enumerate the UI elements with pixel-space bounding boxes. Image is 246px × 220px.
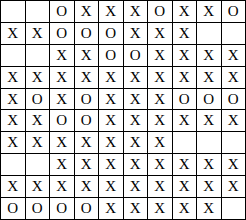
cell-r3c6-o-mark[interactable]: O	[124, 45, 148, 66]
cell-r2c3-o-mark[interactable]: O	[50, 23, 74, 44]
cell-r5c9-o-mark[interactable]: O	[197, 89, 221, 110]
cell-r1c8-x-mark[interactable]: X	[173, 1, 197, 22]
cell-r1c2-empty[interactable]	[26, 1, 50, 22]
cell-r6c1-x-mark[interactable]: X	[1, 110, 25, 131]
cell-r1c6-x-mark[interactable]: X	[124, 1, 148, 22]
cell-r6c6-x-mark[interactable]: X	[124, 110, 148, 131]
cell-r8c1-empty[interactable]	[1, 154, 25, 175]
cell-r6c10-x-mark[interactable]: X	[222, 110, 246, 131]
cell-r8c8-x-mark[interactable]: X	[173, 154, 197, 175]
cell-r5c10-o-mark[interactable]: O	[222, 89, 246, 110]
cell-r7c5-x-mark[interactable]: X	[99, 132, 123, 153]
cell-r7c7-x-mark[interactable]: X	[148, 132, 172, 153]
cell-r1c10-o-mark[interactable]: O	[222, 1, 246, 22]
cell-r2c1-x-mark[interactable]: X	[1, 23, 25, 44]
cell-r8c2-empty[interactable]	[26, 154, 50, 175]
cell-r10c10-empty[interactable]	[222, 198, 246, 219]
cell-r10c5-x-mark[interactable]: X	[99, 198, 123, 219]
cell-r2c4-o-mark[interactable]: O	[75, 23, 99, 44]
cell-r1c7-o-mark[interactable]: O	[148, 1, 172, 22]
cell-r7c1-x-mark[interactable]: X	[1, 132, 25, 153]
cell-r10c1-o-mark[interactable]: O	[1, 198, 25, 219]
cell-r1c3-o-mark[interactable]: O	[50, 1, 74, 22]
cell-r7c8-empty[interactable]	[173, 132, 197, 153]
cell-r8c6-x-mark[interactable]: X	[124, 154, 148, 175]
cell-r3c9-x-mark[interactable]: X	[197, 45, 221, 66]
cell-r10c2-o-mark[interactable]: O	[26, 198, 50, 219]
cell-r7c10-empty[interactable]	[222, 132, 246, 153]
cell-r8c9-x-mark[interactable]: X	[197, 154, 221, 175]
cell-r8c4-x-mark[interactable]: X	[75, 154, 99, 175]
cell-r9c5-x-mark[interactable]: X	[99, 176, 123, 197]
cell-r4c10-x-mark[interactable]: X	[222, 67, 246, 88]
cell-r10c8-x-mark[interactable]: X	[173, 198, 197, 219]
cell-r4c1-x-mark[interactable]: X	[1, 67, 25, 88]
cell-r4c2-x-mark[interactable]: X	[26, 67, 50, 88]
cell-r9c6-x-mark[interactable]: X	[124, 176, 148, 197]
cell-r7c9-empty[interactable]	[197, 132, 221, 153]
cell-r3c8-x-mark[interactable]: X	[173, 45, 197, 66]
cell-r1c4-x-mark[interactable]: X	[75, 1, 99, 22]
cell-r9c3-x-mark[interactable]: X	[50, 176, 74, 197]
cell-r5c8-o-mark[interactable]: O	[173, 89, 197, 110]
cell-r3c1-empty[interactable]	[1, 45, 25, 66]
cell-r5c2-o-mark[interactable]: O	[26, 89, 50, 110]
cell-r6c4-o-mark[interactable]: O	[75, 110, 99, 131]
cell-r1c1-empty[interactable]	[1, 1, 25, 22]
cell-r10c7-x-mark[interactable]: X	[148, 198, 172, 219]
cell-r7c4-x-mark[interactable]: X	[75, 132, 99, 153]
cell-r7c6-x-mark[interactable]: X	[124, 132, 148, 153]
cell-r10c9-x-mark[interactable]: X	[197, 198, 221, 219]
cell-r3c5-o-mark[interactable]: O	[99, 45, 123, 66]
cell-r4c8-x-mark[interactable]: X	[173, 67, 197, 88]
cell-r3c10-x-mark[interactable]: X	[222, 45, 246, 66]
cell-r2c5-o-mark[interactable]: O	[99, 23, 123, 44]
cell-r10c3-o-mark[interactable]: O	[50, 198, 74, 219]
cell-r9c1-x-mark[interactable]: X	[1, 176, 25, 197]
cell-r6c9-x-mark[interactable]: X	[197, 110, 221, 131]
cell-r6c2-x-mark[interactable]: X	[26, 110, 50, 131]
cell-r4c4-x-mark[interactable]: X	[75, 67, 99, 88]
cell-r4c9-x-mark[interactable]: X	[197, 67, 221, 88]
cell-r4c3-x-mark[interactable]: X	[50, 67, 74, 88]
cell-r5c7-x-mark[interactable]: X	[148, 89, 172, 110]
cell-r1c5-x-mark[interactable]: X	[99, 1, 123, 22]
cell-r7c2-x-mark[interactable]: X	[26, 132, 50, 153]
cell-r4c7-x-mark[interactable]: X	[148, 67, 172, 88]
cell-r8c3-x-mark[interactable]: X	[50, 154, 74, 175]
cell-r6c3-o-mark[interactable]: O	[50, 110, 74, 131]
cell-r6c5-x-mark[interactable]: X	[99, 110, 123, 131]
cell-r5c3-x-mark[interactable]: X	[50, 89, 74, 110]
cell-r8c7-x-mark[interactable]: X	[148, 154, 172, 175]
cell-r4c5-x-mark[interactable]: X	[99, 67, 123, 88]
cell-r6c7-x-mark[interactable]: X	[148, 110, 172, 131]
cell-r2c6-x-mark[interactable]: X	[124, 23, 148, 44]
cell-r3c4-x-mark[interactable]: X	[75, 45, 99, 66]
cell-r9c8-x-mark[interactable]: X	[173, 176, 197, 197]
cell-r9c7-x-mark[interactable]: X	[148, 176, 172, 197]
cell-r2c10-empty[interactable]	[222, 23, 246, 44]
cell-r2c9-empty[interactable]	[197, 23, 221, 44]
cell-r9c2-x-mark[interactable]: X	[26, 176, 50, 197]
cell-r9c4-x-mark[interactable]: X	[75, 176, 99, 197]
cell-r5c4-o-mark[interactable]: O	[75, 89, 99, 110]
cell-r1c9-x-mark[interactable]: X	[197, 1, 221, 22]
cell-r2c8-x-mark[interactable]: X	[173, 23, 197, 44]
cell-r2c2-x-mark[interactable]: X	[26, 23, 50, 44]
cell-r5c5-x-mark[interactable]: X	[99, 89, 123, 110]
cell-r9c9-x-mark[interactable]: X	[197, 176, 221, 197]
cell-r6c8-x-mark[interactable]: X	[173, 110, 197, 131]
cell-r8c5-x-mark[interactable]: X	[99, 154, 123, 175]
cell-r9c10-x-mark[interactable]: X	[222, 176, 246, 197]
cell-r3c3-x-mark[interactable]: X	[50, 45, 74, 66]
cell-r4c6-x-mark[interactable]: X	[124, 67, 148, 88]
cell-r8c10-x-mark[interactable]: X	[222, 154, 246, 175]
cell-r10c6-x-mark[interactable]: X	[124, 198, 148, 219]
xo-board: OXXXOXXOXXOOOXXXXXOOXXXXXXXXXXXXXXXOXOXX…	[0, 0, 246, 220]
cell-r7c3-x-mark[interactable]: X	[50, 132, 74, 153]
cell-r10c4-o-mark[interactable]: O	[75, 198, 99, 219]
cell-r5c6-x-mark[interactable]: X	[124, 89, 148, 110]
cell-r5c1-x-mark[interactable]: X	[1, 89, 25, 110]
cell-r3c2-empty[interactable]	[26, 45, 50, 66]
cell-r2c7-x-mark[interactable]: X	[148, 23, 172, 44]
cell-r3c7-x-mark[interactable]: X	[148, 45, 172, 66]
